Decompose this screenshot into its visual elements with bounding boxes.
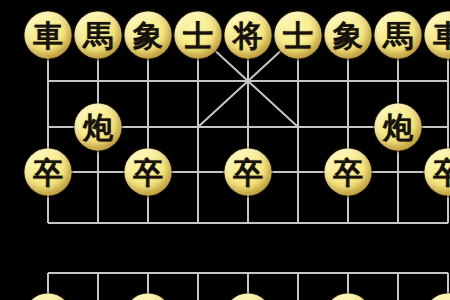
piece-glyph: 馬 xyxy=(383,20,413,50)
piece-black-cannon-file2[interactable]: 炮 xyxy=(75,104,122,151)
piece-glyph: 炮 xyxy=(383,112,413,142)
piece-black-elephant-file3[interactable]: 象 xyxy=(125,12,172,59)
piece-glyph: 車 xyxy=(433,20,450,50)
piece-glyph: 卒 xyxy=(33,157,63,187)
piece-black-soldier-file7[interactable]: 卒 xyxy=(325,149,372,196)
piece-black-chariot-file1[interactable]: 車 xyxy=(25,12,72,59)
piece-glyph: 車 xyxy=(33,20,63,50)
piece-glyph: 士 xyxy=(283,20,313,50)
piece-black-horse-file2[interactable]: 馬 xyxy=(75,12,122,59)
piece-black-advisor-file4[interactable]: 士 xyxy=(175,12,222,59)
piece-black-cannon-file8[interactable]: 炮 xyxy=(375,104,422,151)
piece-black-horse-file8[interactable]: 馬 xyxy=(375,12,422,59)
piece-black-soldier-file5[interactable]: 卒 xyxy=(225,149,272,196)
piece-glyph: 卒 xyxy=(433,157,450,187)
piece-black-soldier-file3[interactable]: 卒 xyxy=(125,149,172,196)
piece-black-general-file5[interactable]: 将 xyxy=(225,12,272,59)
piece-glyph: 卒 xyxy=(333,157,363,187)
piece-glyph: 士 xyxy=(183,20,213,50)
piece-glyph: 炮 xyxy=(83,112,113,142)
piece-black-elephant-file7[interactable]: 象 xyxy=(325,12,372,59)
piece-glyph: 将 xyxy=(233,20,263,50)
piece-glyph: 卒 xyxy=(233,157,263,187)
piece-glyph: 象 xyxy=(333,20,363,50)
piece-glyph: 馬 xyxy=(83,20,113,50)
piece-glyph: 象 xyxy=(133,20,163,50)
xiangqi-board[interactable]: 車馬象士将士象馬車炮炮卒卒卒卒卒兵兵兵兵兵 xyxy=(0,0,450,300)
piece-black-advisor-file6[interactable]: 士 xyxy=(275,12,322,59)
piece-black-soldier-file1[interactable]: 卒 xyxy=(25,149,72,196)
piece-glyph: 卒 xyxy=(133,157,163,187)
